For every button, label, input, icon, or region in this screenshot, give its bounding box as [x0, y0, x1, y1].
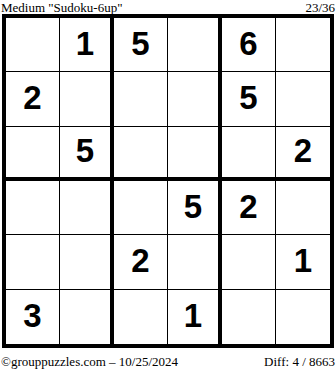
puzzle-counter: 23/36: [305, 1, 335, 14]
puzzle-page: Medium "Sudoku-6up" 23/36 1562552522131 …: [0, 0, 336, 370]
cell-r6c5[interactable]: [222, 290, 276, 344]
cell-r1c5[interactable]: 6: [222, 18, 276, 72]
cell-r4c4[interactable]: 5: [168, 181, 222, 235]
cell-r2c5[interactable]: 5: [222, 72, 276, 126]
cell-r6c6[interactable]: [276, 290, 330, 344]
cell-r4c1[interactable]: [6, 181, 60, 235]
cell-r3c6[interactable]: 2: [276, 127, 330, 181]
cell-r4c2[interactable]: [60, 181, 114, 235]
cell-r5c6[interactable]: 1: [276, 235, 330, 289]
cell-r1c4[interactable]: [168, 18, 222, 72]
cell-r2c4[interactable]: [168, 72, 222, 126]
cell-r6c3[interactable]: [114, 290, 168, 344]
cell-r4c3[interactable]: [114, 181, 168, 235]
cell-r3c4[interactable]: [168, 127, 222, 181]
cell-r3c2[interactable]: 5: [60, 127, 114, 181]
cell-r3c1[interactable]: [6, 127, 60, 181]
cell-r5c5[interactable]: [222, 235, 276, 289]
cell-r3c5[interactable]: [222, 127, 276, 181]
cell-r6c2[interactable]: [60, 290, 114, 344]
cell-r2c2[interactable]: [60, 72, 114, 126]
header: Medium "Sudoku-6up" 23/36: [0, 0, 336, 14]
cell-r5c2[interactable]: [60, 235, 114, 289]
cell-r4c5[interactable]: 2: [222, 181, 276, 235]
cell-r2c3[interactable]: [114, 72, 168, 126]
cell-r2c1[interactable]: 2: [6, 72, 60, 126]
cell-r3c3[interactable]: [114, 127, 168, 181]
cell-r5c1[interactable]: [6, 235, 60, 289]
cell-r5c4[interactable]: [168, 235, 222, 289]
sudoku-grid: 1562552522131: [2, 14, 334, 348]
puzzle-title: Medium "Sudoku-6up": [1, 1, 122, 14]
cell-r6c4[interactable]: 1: [168, 290, 222, 344]
cell-r1c3[interactable]: 5: [114, 18, 168, 72]
copyright-text: ©grouppuzzles.com – 10/25/2024: [1, 355, 178, 369]
cell-r1c2[interactable]: 1: [60, 18, 114, 72]
cell-r2c6[interactable]: [276, 72, 330, 126]
cell-r6c1[interactable]: 3: [6, 290, 60, 344]
footer: ©grouppuzzles.com – 10/25/2024 Diff: 4 /…: [0, 355, 336, 369]
difficulty-text: Diff: 4 / 8663: [264, 355, 335, 369]
cell-r5c3[interactable]: 2: [114, 235, 168, 289]
cell-r1c6[interactable]: [276, 18, 330, 72]
cell-r4c6[interactable]: [276, 181, 330, 235]
cell-r1c1[interactable]: [6, 18, 60, 72]
